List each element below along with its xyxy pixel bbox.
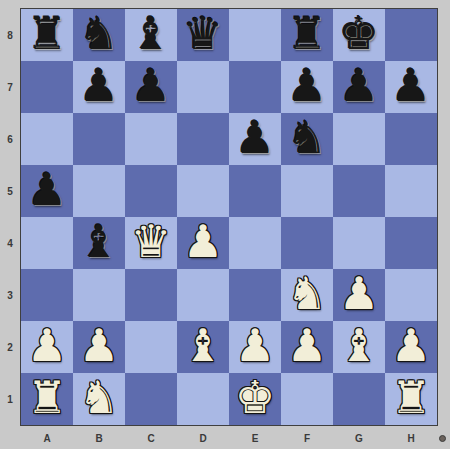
square-h4[interactable] [385, 217, 437, 269]
black-pawn[interactable]: ♟ [235, 113, 275, 164]
file-label-h: H [385, 429, 437, 447]
black-bishop[interactable]: ♝ [131, 9, 171, 60]
square-d3[interactable] [177, 269, 229, 321]
square-f7[interactable]: ♟ [281, 61, 333, 113]
black-pawn[interactable]: ♟ [27, 165, 67, 216]
square-e8[interactable] [229, 9, 281, 61]
black-pawn[interactable]: ♟ [339, 61, 379, 112]
white-pawn[interactable]: ♟ [183, 217, 223, 268]
square-g3[interactable]: ♟ [333, 269, 385, 321]
white-knight[interactable]: ♞ [287, 269, 327, 320]
square-g6[interactable] [333, 113, 385, 165]
square-c3[interactable] [125, 269, 177, 321]
square-a5[interactable]: ♟ [21, 165, 73, 217]
square-b2[interactable]: ♟ [73, 321, 125, 373]
square-e5[interactable] [229, 165, 281, 217]
square-d1[interactable] [177, 373, 229, 425]
square-a8[interactable]: ♜ [21, 9, 73, 61]
square-b5[interactable] [73, 165, 125, 217]
black-pawn[interactable]: ♟ [391, 61, 431, 112]
square-b3[interactable] [73, 269, 125, 321]
white-pawn[interactable]: ♟ [339, 269, 379, 320]
white-pawn[interactable]: ♟ [391, 321, 431, 372]
square-g7[interactable]: ♟ [333, 61, 385, 113]
square-b7[interactable]: ♟ [73, 61, 125, 113]
square-a4[interactable] [21, 217, 73, 269]
square-d4[interactable]: ♟ [177, 217, 229, 269]
square-g5[interactable] [333, 165, 385, 217]
board-frame: ♜♞♝♛♜♚♟♟♟♟♟♟♞♟♝♛♟♞♟♟♟♝♟♟♝♟♜♞♚♜ [20, 8, 438, 426]
black-queen[interactable]: ♛ [183, 9, 223, 60]
square-g1[interactable] [333, 373, 385, 425]
square-f1[interactable] [281, 373, 333, 425]
square-e6[interactable]: ♟ [229, 113, 281, 165]
square-h8[interactable] [385, 9, 437, 61]
rank-label-8: 8 [0, 9, 20, 61]
black-knight[interactable]: ♞ [287, 113, 327, 164]
file-label-e: E [229, 429, 281, 447]
file-label-g: G [333, 429, 385, 447]
square-e7[interactable] [229, 61, 281, 113]
white-knight[interactable]: ♞ [79, 373, 119, 424]
square-f3[interactable]: ♞ [281, 269, 333, 321]
square-f2[interactable]: ♟ [281, 321, 333, 373]
square-h2[interactable]: ♟ [385, 321, 437, 373]
white-pawn[interactable]: ♟ [287, 321, 327, 372]
black-rook[interactable]: ♜ [27, 9, 67, 60]
square-c6[interactable] [125, 113, 177, 165]
white-rook[interactable]: ♜ [27, 373, 67, 424]
file-label-c: C [125, 429, 177, 447]
black-pawn[interactable]: ♟ [287, 61, 327, 112]
square-c7[interactable]: ♟ [125, 61, 177, 113]
rank-label-4: 4 [0, 217, 20, 269]
file-labels: ABCDEFGH [21, 429, 437, 447]
file-label-d: D [177, 429, 229, 447]
square-e3[interactable] [229, 269, 281, 321]
square-g8[interactable]: ♚ [333, 9, 385, 61]
square-f8[interactable]: ♜ [281, 9, 333, 61]
square-c2[interactable] [125, 321, 177, 373]
black-pawn[interactable]: ♟ [79, 61, 119, 112]
square-f4[interactable] [281, 217, 333, 269]
square-f6[interactable]: ♞ [281, 113, 333, 165]
square-g4[interactable] [333, 217, 385, 269]
rank-label-3: 3 [0, 269, 20, 321]
white-king[interactable]: ♚ [235, 373, 275, 424]
square-h3[interactable] [385, 269, 437, 321]
side-to-move-indicator [439, 435, 446, 442]
square-d2[interactable]: ♝ [177, 321, 229, 373]
square-a1[interactable]: ♜ [21, 373, 73, 425]
black-knight[interactable]: ♞ [79, 9, 119, 60]
square-e4[interactable] [229, 217, 281, 269]
square-c8[interactable]: ♝ [125, 9, 177, 61]
square-d6[interactable] [177, 113, 229, 165]
white-pawn[interactable]: ♟ [235, 321, 275, 372]
square-e2[interactable]: ♟ [229, 321, 281, 373]
white-pawn[interactable]: ♟ [27, 321, 67, 372]
square-b6[interactable] [73, 113, 125, 165]
square-a6[interactable] [21, 113, 73, 165]
square-c5[interactable] [125, 165, 177, 217]
chess-board: ♜♞♝♛♜♚♟♟♟♟♟♟♞♟♝♛♟♞♟♟♟♝♟♟♝♟♜♞♚♜ [21, 9, 437, 425]
square-h5[interactable] [385, 165, 437, 217]
square-c1[interactable] [125, 373, 177, 425]
rank-label-6: 6 [0, 113, 20, 165]
white-pawn[interactable]: ♟ [79, 321, 119, 372]
black-king[interactable]: ♚ [339, 9, 379, 60]
rank-label-1: 1 [0, 373, 20, 425]
square-h1[interactable]: ♜ [385, 373, 437, 425]
white-queen[interactable]: ♛ [131, 217, 171, 268]
white-bishop[interactable]: ♝ [183, 321, 223, 372]
white-rook[interactable]: ♜ [391, 373, 431, 424]
rank-label-2: 2 [0, 321, 20, 373]
square-e1[interactable]: ♚ [229, 373, 281, 425]
rank-label-7: 7 [0, 61, 20, 113]
black-pawn[interactable]: ♟ [131, 61, 171, 112]
square-b4[interactable]: ♝ [73, 217, 125, 269]
black-bishop[interactable]: ♝ [79, 217, 119, 268]
square-a7[interactable] [21, 61, 73, 113]
square-b8[interactable]: ♞ [73, 9, 125, 61]
square-d8[interactable]: ♛ [177, 9, 229, 61]
square-b1[interactable]: ♞ [73, 373, 125, 425]
rank-label-5: 5 [0, 165, 20, 217]
file-label-a: A [21, 429, 73, 447]
square-a3[interactable] [21, 269, 73, 321]
chess-diagram: 87654321 ♜♞♝♛♜♚♟♟♟♟♟♟♞♟♝♛♟♞♟♟♟♝♟♟♝♟♜♞♚♜ … [0, 0, 450, 449]
file-label-f: F [281, 429, 333, 447]
black-rook[interactable]: ♜ [287, 9, 327, 60]
file-label-b: B [73, 429, 125, 447]
square-f5[interactable] [281, 165, 333, 217]
square-h6[interactable] [385, 113, 437, 165]
square-d7[interactable] [177, 61, 229, 113]
square-d5[interactable] [177, 165, 229, 217]
square-a2[interactable]: ♟ [21, 321, 73, 373]
rank-labels: 87654321 [0, 8, 20, 426]
square-c4[interactable]: ♛ [125, 217, 177, 269]
white-bishop[interactable]: ♝ [339, 321, 379, 372]
square-h7[interactable]: ♟ [385, 61, 437, 113]
square-g2[interactable]: ♝ [333, 321, 385, 373]
